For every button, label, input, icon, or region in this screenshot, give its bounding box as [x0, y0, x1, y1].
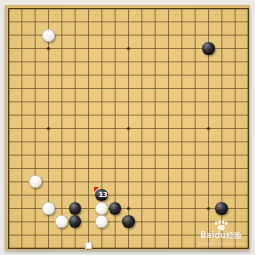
black-stone — [202, 42, 215, 55]
white-square-marker — [85, 242, 92, 249]
white-stone — [42, 29, 55, 42]
black-stone — [109, 202, 122, 215]
go-board[interactable]: 13 Baidu经验 jingyan.baidu.com — [5, 5, 250, 250]
black-stone — [69, 202, 82, 215]
go-app-screenshot: 13 Baidu经验 jingyan.baidu.com — [0, 0, 255, 255]
stones-layer: 13 — [2, 2, 255, 255]
white-stone — [55, 215, 68, 228]
black-stone — [122, 215, 135, 228]
black-stone — [69, 215, 82, 228]
white-stone — [95, 202, 108, 215]
move-number-label: 13 — [95, 189, 108, 202]
white-stone — [29, 175, 42, 188]
black-stone: 13 — [95, 189, 108, 202]
white-stone — [95, 215, 108, 228]
white-stone — [42, 202, 55, 215]
black-stone — [215, 202, 228, 215]
